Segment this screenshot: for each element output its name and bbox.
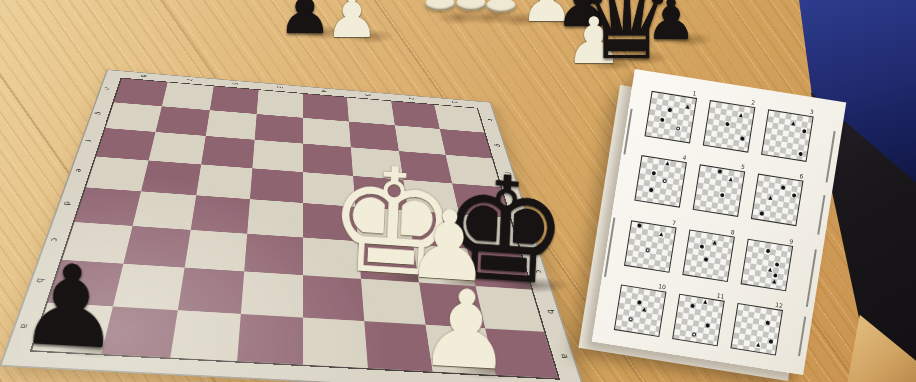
puzzle-diagram-7: 7 bbox=[624, 220, 677, 273]
diagram-piece-mark bbox=[768, 195, 773, 200]
diagram-piece-mark bbox=[775, 262, 780, 267]
puzzle-diagram-6: 6 bbox=[751, 174, 804, 227]
diagram-piece-mark bbox=[802, 129, 807, 134]
diagram-piece-mark bbox=[773, 274, 778, 279]
puzzle-diagram-label: 4 bbox=[682, 155, 687, 162]
puzzle-diagram-label: 2 bbox=[751, 100, 756, 107]
puzzle-diagram-label: 1 bbox=[692, 90, 697, 97]
diagram-piece-mark bbox=[728, 177, 733, 182]
puzzle-diagram-12: 12 bbox=[731, 303, 784, 356]
coord-right-b: b bbox=[546, 309, 557, 314]
puzzle-diagram-label: 6 bbox=[799, 173, 804, 180]
square-g6 bbox=[205, 110, 256, 140]
diagram-piece-mark bbox=[766, 321, 771, 326]
square-d2 bbox=[408, 211, 467, 249]
puzzle-diagram-label: 7 bbox=[672, 219, 677, 226]
margin-text-bar bbox=[798, 317, 806, 357]
piece-shadow bbox=[667, 32, 713, 47]
puzzle-diagram-10: 10 bbox=[614, 284, 667, 337]
coord-right-f: f bbox=[504, 172, 512, 174]
square-a1 bbox=[485, 328, 558, 378]
square-e2 bbox=[403, 179, 459, 214]
diagram-piece-mark bbox=[756, 343, 761, 348]
square-g8 bbox=[106, 102, 163, 132]
square-f2 bbox=[398, 151, 451, 183]
diagram-piece-mark bbox=[738, 113, 743, 118]
puzzle-diagram-label: 8 bbox=[730, 229, 735, 236]
coord-top-5: 5 bbox=[276, 86, 283, 89]
square-e1 bbox=[452, 183, 510, 218]
coord-right-d: d bbox=[522, 233, 532, 237]
diagram-piece-mark bbox=[781, 185, 786, 190]
puzzle-diagram-label: 10 bbox=[658, 283, 666, 290]
coord-right-e: e bbox=[512, 201, 521, 205]
puzzle-diagram-label: 11 bbox=[716, 292, 724, 299]
diagram-piece-mark bbox=[798, 151, 803, 156]
square-f5 bbox=[252, 140, 303, 172]
piece-shadow bbox=[489, 277, 577, 295]
diagram-piece-mark bbox=[637, 301, 642, 306]
square-b2 bbox=[419, 282, 485, 328]
coord-right-c: c bbox=[534, 270, 544, 274]
diagram-piece-mark bbox=[792, 193, 797, 198]
board-mat: ♚♟♚♟♟ 87654321hgfedcbahgfedcba bbox=[0, 69, 587, 382]
square-f8 bbox=[96, 128, 156, 160]
square-c2: ♟ bbox=[413, 245, 475, 286]
diagram-piece-mark bbox=[720, 193, 725, 198]
coord-top-2: 2 bbox=[408, 97, 415, 100]
coord-left-g: g bbox=[94, 112, 103, 115]
square-g5 bbox=[254, 114, 303, 144]
puzzle-diagram-11: 11 bbox=[672, 294, 725, 347]
puzzle-diagram-9: 9 bbox=[741, 238, 794, 291]
diagram-piece-mark bbox=[700, 245, 705, 250]
coord-right-a: a bbox=[559, 354, 570, 359]
diagram-piece-mark bbox=[725, 122, 730, 127]
diagram-piece-mark bbox=[668, 107, 673, 112]
puzzle-diagram-3: 3 bbox=[761, 109, 814, 162]
diagram-piece-mark bbox=[741, 136, 746, 141]
piece-shadow bbox=[623, 50, 669, 65]
piece-shadow bbox=[301, 25, 347, 40]
square-f6 bbox=[201, 136, 255, 168]
coord-left-h: h bbox=[103, 87, 112, 90]
coord-right-g: g bbox=[494, 144, 502, 147]
diagram-piece-mark bbox=[665, 161, 670, 166]
margin-text-bar bbox=[817, 195, 825, 235]
diagram-piece-mark bbox=[686, 104, 691, 109]
piece-shadow bbox=[497, 12, 543, 27]
diagram-piece-mark bbox=[645, 248, 650, 253]
cutoff-white-piece-base bbox=[425, 0, 455, 11]
diagram-piece-mark bbox=[712, 241, 717, 246]
piece-shadow bbox=[348, 29, 394, 44]
puzzle-diagram-5: 5 bbox=[693, 165, 746, 218]
diagram-piece-mark bbox=[642, 307, 647, 312]
coord-top-7: 7 bbox=[185, 78, 193, 81]
coord-left-e: e bbox=[74, 169, 84, 173]
photo-scene: ♚♟♚♟♟ 87654321hgfedcbahgfedcba ♟♟♟♟♟♛♟ 1… bbox=[0, 0, 916, 382]
puzzle-diagram-4: 4 bbox=[634, 155, 687, 208]
square-g3 bbox=[349, 121, 399, 151]
coord-left-b: b bbox=[34, 278, 46, 283]
coord-right-h: h bbox=[486, 119, 494, 122]
puzzle-worksheet: 123456789101112 bbox=[592, 69, 847, 375]
diagram-piece-mark bbox=[768, 267, 773, 272]
diagram-piece-mark bbox=[660, 118, 665, 123]
puzzle-diagram-2: 2 bbox=[703, 100, 756, 153]
puzzle-diagram-label: 5 bbox=[741, 164, 746, 171]
diagram-piece-mark bbox=[704, 257, 709, 262]
puzzle-diagram-label: 12 bbox=[775, 302, 783, 309]
square-f1 bbox=[445, 155, 500, 187]
diagram-piece-mark bbox=[765, 249, 770, 254]
coord-left-a: a bbox=[18, 323, 31, 329]
diagram-piece-mark bbox=[692, 333, 697, 338]
square-f3 bbox=[351, 147, 403, 179]
coord-left-f: f bbox=[83, 139, 92, 141]
margin-text-bar bbox=[806, 249, 817, 307]
square-g7 bbox=[156, 106, 210, 136]
puzzle-diagram-1: 1 bbox=[644, 91, 697, 144]
cutoff-white-piece-base bbox=[486, 0, 516, 13]
square-f7 bbox=[149, 132, 206, 164]
coord-top-6: 6 bbox=[231, 82, 239, 85]
diagram-piece-mark bbox=[649, 188, 654, 193]
margin-text-bar bbox=[826, 131, 836, 183]
coord-top-8: 8 bbox=[140, 74, 148, 77]
chess-board: ♚♟♚♟♟ 87654321hgfedcbahgfedcba bbox=[0, 69, 587, 382]
square-g4 bbox=[303, 118, 351, 148]
piece-shadow bbox=[579, 19, 625, 34]
puzzle-diagram-label: 3 bbox=[809, 109, 814, 116]
diagram-piece-mark bbox=[718, 170, 723, 175]
diagram-piece-mark bbox=[703, 299, 708, 304]
diagram-piece-mark bbox=[691, 303, 696, 308]
puzzle-diagram-8: 8 bbox=[682, 229, 735, 282]
square-d1 bbox=[459, 214, 520, 252]
coord-left-d: d bbox=[62, 201, 73, 205]
diagram-piece-mark bbox=[760, 211, 765, 216]
diagram-piece-mark bbox=[705, 323, 710, 328]
diagram-piece-mark bbox=[659, 232, 664, 237]
diagram-piece-mark bbox=[791, 121, 796, 126]
coord-top-1: 1 bbox=[451, 101, 459, 104]
diagram-piece-mark bbox=[769, 339, 774, 344]
diagram-piece-mark bbox=[772, 279, 777, 284]
square-f4 bbox=[303, 144, 353, 176]
square-g2 bbox=[395, 125, 446, 155]
diagram-piece-mark bbox=[652, 171, 657, 176]
diagram-piece-mark bbox=[662, 178, 667, 183]
diagram-piece-mark bbox=[638, 223, 643, 228]
diagram-piece-mark bbox=[676, 126, 681, 131]
coord-top-3: 3 bbox=[364, 93, 371, 96]
diagram-piece-mark bbox=[629, 317, 634, 322]
puzzle-diagram-label: 9 bbox=[789, 238, 794, 245]
worksheet-diagram-grid: 123456789101112 bbox=[609, 85, 818, 361]
coord-top-4: 4 bbox=[320, 90, 327, 93]
